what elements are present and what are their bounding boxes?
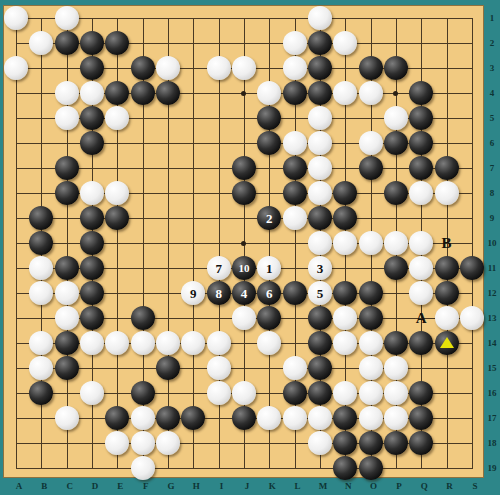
coordinate-row-number: 1 (490, 14, 495, 23)
white-stone[interactable] (283, 31, 307, 55)
white-stone[interactable]: 5 (308, 281, 332, 305)
white-stone[interactable] (80, 81, 104, 105)
black-stone[interactable] (359, 156, 383, 180)
black-stone[interactable] (80, 206, 104, 230)
move-number-10: 10 (238, 263, 249, 274)
coordinate-row-number: 3 (490, 64, 495, 73)
black-stone[interactable] (55, 181, 79, 205)
black-stone[interactable] (80, 56, 104, 80)
grid-vertical-line (472, 18, 473, 469)
white-stone[interactable] (55, 81, 79, 105)
black-stone[interactable] (232, 156, 256, 180)
move-number-9: 9 (190, 287, 197, 300)
coordinate-column-letter: Q (421, 482, 428, 491)
black-stone[interactable] (156, 356, 180, 380)
coordinate-column-letter: F (143, 482, 149, 491)
black-stone[interactable] (435, 256, 459, 280)
coordinate-row-number: 17 (488, 414, 497, 423)
white-stone[interactable] (283, 206, 307, 230)
black-stone[interactable] (283, 81, 307, 105)
coordinate-column-letter: J (245, 482, 250, 491)
coordinate-row-number: 19 (488, 464, 497, 473)
black-stone[interactable] (308, 331, 332, 355)
coordinate-column-letter: S (472, 482, 477, 491)
coordinate-row-number: 18 (488, 439, 497, 448)
coordinate-column-letter: P (396, 482, 402, 491)
white-stone[interactable] (308, 406, 332, 430)
coordinate-column-letter: O (370, 482, 377, 491)
black-stone[interactable] (308, 381, 332, 405)
black-stone[interactable] (384, 331, 408, 355)
move-number-8: 8 (215, 287, 222, 300)
black-stone[interactable] (359, 306, 383, 330)
white-stone[interactable] (384, 406, 408, 430)
white-stone[interactable] (156, 431, 180, 455)
move-number-2: 2 (266, 212, 273, 225)
coordinate-row-number: 4 (490, 89, 495, 98)
coordinate-row-number: 14 (488, 339, 497, 348)
white-stone[interactable] (308, 6, 332, 30)
black-stone[interactable] (80, 281, 104, 305)
coordinate-row-number: 16 (488, 389, 497, 398)
black-stone[interactable] (435, 156, 459, 180)
coordinate-row-number: 13 (488, 314, 497, 323)
black-stone[interactable] (232, 406, 256, 430)
coordinate-column-letter: D (92, 482, 99, 491)
white-stone[interactable] (435, 181, 459, 205)
coordinate-column-letter: H (193, 482, 200, 491)
black-stone[interactable]: 8 (207, 281, 231, 305)
white-stone[interactable] (207, 331, 231, 355)
coordinate-row-number: 2 (490, 39, 495, 48)
black-stone[interactable] (55, 31, 79, 55)
black-stone[interactable] (232, 181, 256, 205)
white-stone[interactable] (384, 356, 408, 380)
black-stone[interactable] (308, 31, 332, 55)
white-stone[interactable] (80, 331, 104, 355)
black-stone[interactable] (131, 381, 155, 405)
white-stone[interactable] (55, 406, 79, 430)
black-stone[interactable] (80, 306, 104, 330)
black-stone[interactable] (384, 256, 408, 280)
white-stone[interactable] (283, 406, 307, 430)
white-stone[interactable] (308, 231, 332, 255)
coordinate-column-letter: M (319, 482, 328, 491)
move-number-4: 4 (241, 287, 248, 300)
black-stone[interactable] (308, 81, 332, 105)
move-number-3: 3 (317, 262, 324, 275)
black-stone[interactable] (308, 206, 332, 230)
white-stone[interactable] (308, 156, 332, 180)
coordinate-row-number: 9 (490, 214, 495, 223)
coordinate-row-number: 5 (490, 114, 495, 123)
white-stone[interactable] (207, 356, 231, 380)
white-stone[interactable] (460, 306, 484, 330)
black-stone[interactable] (131, 306, 155, 330)
black-stone[interactable] (359, 431, 383, 455)
black-stone[interactable] (55, 156, 79, 180)
black-stone[interactable] (283, 281, 307, 305)
black-stone[interactable] (55, 356, 79, 380)
white-stone[interactable] (308, 131, 332, 155)
white-stone[interactable] (131, 431, 155, 455)
black-stone[interactable] (384, 431, 408, 455)
white-stone[interactable] (156, 331, 180, 355)
coordinate-column-letter: G (167, 482, 174, 491)
white-stone[interactable] (156, 56, 180, 80)
black-stone[interactable] (156, 406, 180, 430)
white-stone[interactable]: 3 (308, 256, 332, 280)
coordinate-column-letter: C (66, 482, 73, 491)
white-stone[interactable] (308, 106, 332, 130)
black-stone[interactable] (283, 181, 307, 205)
white-stone[interactable]: 7 (207, 256, 231, 280)
coordinate-row-number: 11 (488, 264, 497, 273)
white-stone[interactable] (80, 181, 104, 205)
black-stone[interactable] (80, 131, 104, 155)
coordinate-column-letter: R (446, 482, 453, 491)
coordinate-column-letter: I (220, 482, 224, 491)
black-stone[interactable] (156, 81, 180, 105)
coordinate-row-number: 10 (488, 239, 497, 248)
black-stone[interactable] (435, 281, 459, 305)
white-stone[interactable] (359, 406, 383, 430)
black-stone[interactable] (384, 131, 408, 155)
white-stone[interactable] (4, 56, 28, 80)
coordinate-column-letter: N (345, 482, 352, 491)
black-stone[interactable] (131, 56, 155, 80)
black-stone[interactable] (283, 156, 307, 180)
white-stone[interactable] (232, 381, 256, 405)
white-stone[interactable] (359, 231, 383, 255)
white-stone[interactable] (232, 56, 256, 80)
coordinate-row-number: 7 (490, 164, 495, 173)
black-stone[interactable] (359, 56, 383, 80)
white-stone[interactable] (384, 231, 408, 255)
white-stone[interactable] (308, 181, 332, 205)
grid-horizontal-line (16, 468, 473, 469)
move-number-5: 5 (317, 287, 324, 300)
coordinate-row-number: 12 (488, 289, 497, 298)
black-stone[interactable] (80, 31, 104, 55)
black-stone[interactable] (308, 356, 332, 380)
go-board-window: 27101398465ABABCDEFGHIJKLMNOPQRS12345678… (0, 0, 500, 495)
white-stone[interactable] (55, 281, 79, 305)
black-stone[interactable] (384, 181, 408, 205)
white-stone[interactable] (283, 131, 307, 155)
black-stone[interactable] (384, 56, 408, 80)
move-number-1: 1 (266, 262, 273, 275)
point-label-A: A (416, 311, 427, 326)
white-stone[interactable] (55, 306, 79, 330)
white-stone[interactable] (131, 406, 155, 430)
white-stone[interactable] (283, 356, 307, 380)
white-stone[interactable] (384, 106, 408, 130)
coordinate-column-letter: E (117, 482, 123, 491)
coordinate-column-letter: B (41, 482, 47, 491)
white-stone[interactable] (359, 131, 383, 155)
white-stone[interactable] (207, 381, 231, 405)
black-stone[interactable] (80, 256, 104, 280)
black-stone[interactable] (460, 256, 484, 280)
black-stone[interactable] (359, 456, 383, 480)
white-stone[interactable] (55, 106, 79, 130)
coordinate-row-number: 8 (490, 189, 495, 198)
white-stone[interactable] (4, 6, 28, 30)
black-stone[interactable] (55, 256, 79, 280)
move-number-7: 7 (215, 262, 222, 275)
white-stone[interactable] (308, 431, 332, 455)
move-number-6: 6 (266, 287, 273, 300)
white-stone[interactable] (131, 331, 155, 355)
black-stone[interactable]: 10 (232, 256, 256, 280)
black-stone[interactable] (80, 106, 104, 130)
white-stone[interactable] (131, 456, 155, 480)
black-stone[interactable] (283, 381, 307, 405)
black-stone[interactable] (308, 56, 332, 80)
coordinate-column-letter: A (16, 482, 23, 491)
white-stone[interactable] (384, 381, 408, 405)
coordinate-column-letter: K (269, 482, 276, 491)
black-stone[interactable] (131, 81, 155, 105)
triangle-mark-icon (440, 337, 454, 348)
white-stone[interactable] (55, 6, 79, 30)
white-stone[interactable] (359, 381, 383, 405)
white-stone[interactable] (232, 306, 256, 330)
black-stone[interactable] (55, 331, 79, 355)
coordinate-column-letter: L (295, 482, 301, 491)
point-label-B: B (442, 236, 452, 251)
black-stone[interactable] (308, 306, 332, 330)
black-stone[interactable]: 4 (232, 281, 256, 305)
coordinate-row-number: 15 (488, 364, 497, 373)
white-stone[interactable] (359, 356, 383, 380)
coordinate-row-number: 6 (490, 139, 495, 148)
white-stone[interactable] (435, 306, 459, 330)
white-stone[interactable] (283, 56, 307, 80)
black-stone[interactable] (359, 281, 383, 305)
black-stone[interactable] (80, 231, 104, 255)
white-stone[interactable] (207, 56, 231, 80)
white-stone[interactable] (80, 381, 104, 405)
white-stone[interactable] (359, 81, 383, 105)
white-stone[interactable] (359, 331, 383, 355)
